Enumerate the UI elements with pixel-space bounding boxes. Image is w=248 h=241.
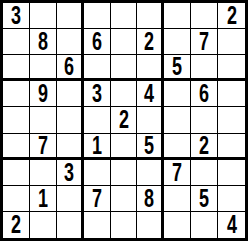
cell-r7c5[interactable] bbox=[111, 160, 138, 186]
cell-r8c6[interactable]: 8 bbox=[137, 186, 164, 212]
cell-value: 5 bbox=[172, 55, 182, 79]
cell-r7c1[interactable] bbox=[3, 160, 30, 186]
cell-r1c9[interactable]: 2 bbox=[218, 3, 245, 29]
cell-r9c4[interactable] bbox=[84, 212, 111, 238]
cell-value: 5 bbox=[144, 134, 154, 158]
cell-r4c6[interactable]: 4 bbox=[137, 81, 164, 107]
cell-value: 5 bbox=[199, 186, 209, 211]
cell-r6c2[interactable]: 7 bbox=[30, 134, 57, 160]
sudoku-board: 3286276593462715237178524 bbox=[0, 0, 248, 241]
cell-r8c3[interactable] bbox=[57, 186, 84, 212]
cell-r6c5[interactable] bbox=[111, 134, 138, 160]
cell-r9c1[interactable]: 2 bbox=[3, 212, 30, 238]
cell-value: 3 bbox=[64, 160, 74, 185]
cell-r9c5[interactable] bbox=[111, 212, 138, 238]
cell-r5c1[interactable] bbox=[3, 107, 30, 133]
cell-r1c5[interactable] bbox=[111, 3, 138, 29]
cell-r4c5[interactable] bbox=[111, 81, 138, 107]
cell-r2c7[interactable] bbox=[164, 29, 191, 55]
cell-value: 3 bbox=[92, 81, 102, 106]
cell-value: 9 bbox=[38, 81, 48, 106]
cell-r8c8[interactable]: 5 bbox=[191, 186, 218, 212]
cell-r4c4[interactable]: 3 bbox=[84, 81, 111, 107]
cell-value: 2 bbox=[144, 29, 154, 54]
cell-r1c6[interactable] bbox=[137, 3, 164, 29]
cell-r8c7[interactable] bbox=[164, 186, 191, 212]
cell-r1c3[interactable] bbox=[57, 3, 84, 29]
cell-r4c9[interactable] bbox=[218, 81, 245, 107]
cell-value: 4 bbox=[227, 212, 237, 237]
cell-r6c9[interactable] bbox=[218, 134, 245, 160]
cell-value: 1 bbox=[92, 134, 102, 158]
cell-r1c4[interactable] bbox=[84, 3, 111, 29]
cell-r6c8[interactable]: 2 bbox=[191, 134, 218, 160]
cell-r5c3[interactable] bbox=[57, 107, 84, 133]
cell-value: 7 bbox=[38, 134, 48, 158]
cell-value: 7 bbox=[199, 29, 209, 54]
cell-value: 6 bbox=[92, 29, 102, 54]
cell-r9c6[interactable] bbox=[137, 212, 164, 238]
cell-r6c3[interactable] bbox=[57, 134, 84, 160]
cell-r3c3[interactable]: 6 bbox=[57, 55, 84, 81]
cell-value: 2 bbox=[199, 134, 209, 158]
cell-r7c9[interactable] bbox=[218, 160, 245, 186]
cell-r4c3[interactable] bbox=[57, 81, 84, 107]
cell-r2c2[interactable]: 8 bbox=[30, 29, 57, 55]
cell-r1c8[interactable] bbox=[191, 3, 218, 29]
cell-r6c4[interactable]: 1 bbox=[84, 134, 111, 160]
cell-r9c8[interactable] bbox=[191, 212, 218, 238]
cell-r3c9[interactable] bbox=[218, 55, 245, 81]
cell-r7c2[interactable] bbox=[30, 160, 57, 186]
cell-r8c9[interactable] bbox=[218, 186, 245, 212]
cell-value: 4 bbox=[144, 81, 154, 106]
cell-r9c9[interactable]: 4 bbox=[218, 212, 245, 238]
cell-value: 6 bbox=[64, 55, 74, 79]
cell-r2c3[interactable] bbox=[57, 29, 84, 55]
cell-r5c6[interactable] bbox=[137, 107, 164, 133]
cell-r6c6[interactable]: 5 bbox=[137, 134, 164, 160]
cell-value: 7 bbox=[172, 160, 182, 185]
cell-r2c9[interactable] bbox=[218, 29, 245, 55]
cell-r5c8[interactable] bbox=[191, 107, 218, 133]
cell-r5c2[interactable] bbox=[30, 107, 57, 133]
cell-r5c4[interactable] bbox=[84, 107, 111, 133]
cell-r2c5[interactable] bbox=[111, 29, 138, 55]
cell-r8c2[interactable]: 1 bbox=[30, 186, 57, 212]
cell-r3c2[interactable] bbox=[30, 55, 57, 81]
cell-r7c4[interactable] bbox=[84, 160, 111, 186]
cell-value: 2 bbox=[118, 107, 128, 132]
cell-value: 8 bbox=[144, 186, 154, 211]
cell-r3c8[interactable] bbox=[191, 55, 218, 81]
cell-r3c1[interactable] bbox=[3, 55, 30, 81]
cell-value: 8 bbox=[38, 29, 48, 54]
cell-r3c5[interactable] bbox=[111, 55, 138, 81]
cell-r1c1[interactable]: 3 bbox=[3, 3, 30, 29]
cell-r3c6[interactable] bbox=[137, 55, 164, 81]
cell-value: 3 bbox=[11, 3, 21, 28]
cell-r6c1[interactable] bbox=[3, 134, 30, 160]
cell-r5c9[interactable] bbox=[218, 107, 245, 133]
cell-r3c4[interactable] bbox=[84, 55, 111, 81]
cell-r5c7[interactable] bbox=[164, 107, 191, 133]
cell-r4c7[interactable] bbox=[164, 81, 191, 107]
cell-r7c8[interactable] bbox=[191, 160, 218, 186]
cell-r2c4[interactable]: 6 bbox=[84, 29, 111, 55]
cell-r4c2[interactable]: 9 bbox=[30, 81, 57, 107]
cell-r1c2[interactable] bbox=[30, 3, 57, 29]
cell-value: 2 bbox=[227, 3, 237, 28]
cell-r7c6[interactable] bbox=[137, 160, 164, 186]
cell-r2c8[interactable]: 7 bbox=[191, 29, 218, 55]
cell-value: 1 bbox=[38, 186, 48, 211]
cell-r2c6[interactable]: 2 bbox=[137, 29, 164, 55]
cell-r9c3[interactable] bbox=[57, 212, 84, 238]
cell-r4c1[interactable] bbox=[3, 81, 30, 107]
cell-r2c1[interactable] bbox=[3, 29, 30, 55]
cell-r7c3[interactable]: 3 bbox=[57, 160, 84, 186]
cell-r8c1[interactable] bbox=[3, 186, 30, 212]
cell-r4c8[interactable]: 6 bbox=[191, 81, 218, 107]
cell-r9c2[interactable] bbox=[30, 212, 57, 238]
cell-value: 6 bbox=[199, 81, 209, 106]
cell-r9c7[interactable] bbox=[164, 212, 191, 238]
cell-r1c7[interactable] bbox=[164, 3, 191, 29]
cell-r5c5[interactable]: 2 bbox=[111, 107, 138, 133]
cell-value: 2 bbox=[11, 212, 21, 237]
cell-r3c7[interactable]: 5 bbox=[164, 55, 191, 81]
cell-r8c4[interactable]: 7 bbox=[84, 186, 111, 212]
cell-r6c7[interactable] bbox=[164, 134, 191, 160]
cell-value: 7 bbox=[92, 186, 102, 211]
cell-r8c5[interactable] bbox=[111, 186, 138, 212]
cell-r7c7[interactable]: 7 bbox=[164, 160, 191, 186]
